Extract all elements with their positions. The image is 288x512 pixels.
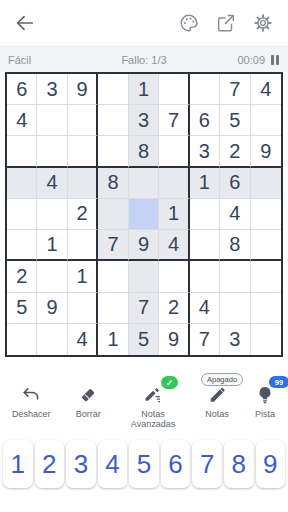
cell-r4-c6[interactable] <box>159 168 189 199</box>
cell-r7-c8[interactable] <box>220 261 250 292</box>
cell-r4-c2[interactable]: 4 <box>37 168 67 199</box>
cell-r7-c7[interactable] <box>190 261 220 292</box>
notes-label: Notas <box>205 409 229 419</box>
cell-r8-c8[interactable] <box>220 293 250 324</box>
cell-r6-c4[interactable]: 7 <box>98 230 128 261</box>
cell-r5-c2[interactable] <box>37 199 67 230</box>
cell-r5-c6[interactable]: 1 <box>159 199 189 230</box>
lightbulb-icon: 99 <box>254 384 276 406</box>
cell-r9-c2[interactable] <box>37 324 67 355</box>
gear-icon <box>252 12 274 34</box>
share-button[interactable] <box>213 10 239 36</box>
cell-r6-c1[interactable] <box>7 230 37 261</box>
cell-r9-c1[interactable] <box>7 324 37 355</box>
cell-r7-c3[interactable]: 1 <box>68 261 98 292</box>
cell-r6-c7[interactable] <box>190 230 220 261</box>
cell-r4-c8[interactable]: 6 <box>220 168 250 199</box>
advanced-notes-button[interactable]: ✓ Notas Avanzadas <box>126 384 180 430</box>
cell-r1-c2[interactable]: 3 <box>37 74 67 105</box>
cell-r7-c1[interactable]: 2 <box>7 261 37 292</box>
cell-r7-c2[interactable] <box>37 261 67 292</box>
cell-r1-c7[interactable] <box>190 74 220 105</box>
back-button[interactable] <box>12 10 38 36</box>
cell-r8-c6[interactable]: 2 <box>159 293 189 324</box>
cell-r3-c3[interactable] <box>68 136 98 167</box>
cell-r9-c7[interactable]: 7 <box>190 324 220 355</box>
cell-r6-c8[interactable]: 8 <box>220 230 250 261</box>
cell-r8-c1[interactable]: 5 <box>7 293 37 324</box>
mistakes-label: Fallo: 1/3 <box>99 54 190 66</box>
advanced-notes-label: Notas Avanzadas <box>126 409 180 430</box>
cell-r5-c7[interactable] <box>190 199 220 230</box>
cell-r4-c7[interactable]: 1 <box>190 168 220 199</box>
eraser-icon <box>77 384 99 406</box>
cell-r4-c3[interactable] <box>68 168 98 199</box>
cell-r9-c5[interactable]: 5 <box>129 324 159 355</box>
cell-r3-c4[interactable] <box>98 136 128 167</box>
cell-r3-c1[interactable] <box>7 136 37 167</box>
sudoku-app: Fácil Fallo: 1/3 00:09 63917443765832948… <box>0 0 288 512</box>
share-icon <box>215 12 237 34</box>
cell-r2-c7[interactable]: 6 <box>190 105 220 136</box>
status-bar: Fácil Fallo: 1/3 00:09 <box>0 46 288 72</box>
cell-r6-c3[interactable] <box>68 230 98 261</box>
hint-count-badge: 99 <box>269 376 288 388</box>
cell-r4-c9[interactable] <box>251 168 281 199</box>
notes-icon: Apagado <box>206 384 228 406</box>
cell-r7-c9[interactable] <box>251 261 281 292</box>
cell-r8-c9[interactable] <box>251 293 281 324</box>
cell-r3-c6[interactable] <box>159 136 189 167</box>
numpad-2[interactable]: 2 <box>35 440 65 488</box>
hint-button[interactable]: 99 Pista <box>254 384 276 419</box>
palette-icon <box>178 12 200 34</box>
timer-label: 00:09 <box>237 54 265 66</box>
cell-r9-c8[interactable]: 3 <box>220 324 250 355</box>
numpad-6[interactable]: 6 <box>161 440 191 488</box>
cell-r8-c3[interactable] <box>68 293 98 324</box>
cell-r5-c5[interactable] <box>129 199 159 230</box>
cell-r4-c1[interactable] <box>7 168 37 199</box>
difficulty-label: Fácil <box>8 54 99 66</box>
cell-r3-c5[interactable]: 8 <box>129 136 159 167</box>
sudoku-board: 6391744376583294816214179482159724415973 <box>5 72 283 357</box>
theme-button[interactable] <box>176 10 202 36</box>
cell-r6-c9[interactable] <box>251 230 281 261</box>
cell-r2-c1[interactable]: 4 <box>7 105 37 136</box>
erase-button[interactable]: Borrar <box>76 384 101 419</box>
cell-r7-c6[interactable] <box>159 261 189 292</box>
undo-label: Deshacer <box>12 409 51 419</box>
cell-r1-c8[interactable]: 7 <box>220 74 250 105</box>
cell-r5-c8[interactable]: 4 <box>220 199 250 230</box>
cell-r8-c2[interactable]: 9 <box>37 293 67 324</box>
numpad-8[interactable]: 8 <box>224 440 254 488</box>
cell-r9-c3[interactable]: 4 <box>68 324 98 355</box>
cell-r2-c3[interactable] <box>68 105 98 136</box>
numpad-1[interactable]: 1 <box>3 440 33 488</box>
cell-r1-c4[interactable] <box>98 74 128 105</box>
erase-label: Borrar <box>76 409 101 419</box>
cell-r9-c6[interactable]: 9 <box>159 324 189 355</box>
cell-r5-c9[interactable] <box>251 199 281 230</box>
cell-r5-c4[interactable] <box>98 199 128 230</box>
hint-label: Pista <box>255 409 275 419</box>
cell-r4-c4[interactable]: 8 <box>98 168 128 199</box>
settings-button[interactable] <box>250 10 276 36</box>
cell-r3-c7[interactable]: 3 <box>190 136 220 167</box>
cell-r9-c9[interactable] <box>251 324 281 355</box>
cell-r1-c6[interactable] <box>159 74 189 105</box>
pause-icon <box>271 55 274 65</box>
numpad-7[interactable]: 7 <box>192 440 222 488</box>
cell-r8-c5[interactable]: 7 <box>129 293 159 324</box>
toolbar: Deshacer Borrar <box>0 380 288 438</box>
cell-r1-c1[interactable]: 6 <box>7 74 37 105</box>
back-arrow-icon <box>14 12 36 34</box>
cell-r8-c4[interactable] <box>98 293 128 324</box>
advanced-notes-on-badge: ✓ <box>161 376 178 389</box>
cell-r6-c6[interactable]: 4 <box>159 230 189 261</box>
cell-r9-c4[interactable]: 1 <box>98 324 128 355</box>
cell-r1-c9[interactable]: 4 <box>251 74 281 105</box>
cell-r5-c3[interactable]: 2 <box>68 199 98 230</box>
cell-r3-c2[interactable] <box>37 136 67 167</box>
cell-r6-c5[interactable]: 9 <box>129 230 159 261</box>
cell-r7-c4[interactable] <box>98 261 128 292</box>
app-bar <box>0 0 288 46</box>
cell-r2-c9[interactable] <box>251 105 281 136</box>
cell-r3-c8[interactable]: 2 <box>220 136 250 167</box>
cell-r7-c5[interactable] <box>129 261 159 292</box>
cell-r5-c1[interactable] <box>7 199 37 230</box>
cell-r1-c3[interactable]: 9 <box>68 74 98 105</box>
cell-r2-c4[interactable] <box>98 105 128 136</box>
cell-r2-c5[interactable]: 3 <box>129 105 159 136</box>
app-bar-actions <box>176 10 276 36</box>
numpad-5[interactable]: 5 <box>129 440 159 488</box>
cell-r3-c9[interactable]: 9 <box>251 136 281 167</box>
undo-button[interactable]: Deshacer <box>12 384 51 419</box>
cell-r6-c2[interactable]: 1 <box>37 230 67 261</box>
cell-r2-c8[interactable]: 5 <box>220 105 250 136</box>
cell-r2-c2[interactable] <box>37 105 67 136</box>
pause-button[interactable] <box>270 54 280 66</box>
undo-icon <box>20 384 42 406</box>
cell-r4-c5[interactable] <box>129 168 159 199</box>
notes-button[interactable]: Apagado Notas <box>205 384 229 419</box>
notes-off-badge: Apagado <box>201 373 243 386</box>
numpad-9[interactable]: 9 <box>256 440 286 488</box>
cell-r2-c6[interactable]: 7 <box>159 105 189 136</box>
numpad-3[interactable]: 3 <box>66 440 96 488</box>
cell-r1-c5[interactable]: 1 <box>129 74 159 105</box>
numpad: 123456789 <box>0 440 288 488</box>
advanced-notes-icon: ✓ <box>142 384 164 406</box>
cell-r8-c7[interactable]: 4 <box>190 293 220 324</box>
numpad-4[interactable]: 4 <box>98 440 128 488</box>
